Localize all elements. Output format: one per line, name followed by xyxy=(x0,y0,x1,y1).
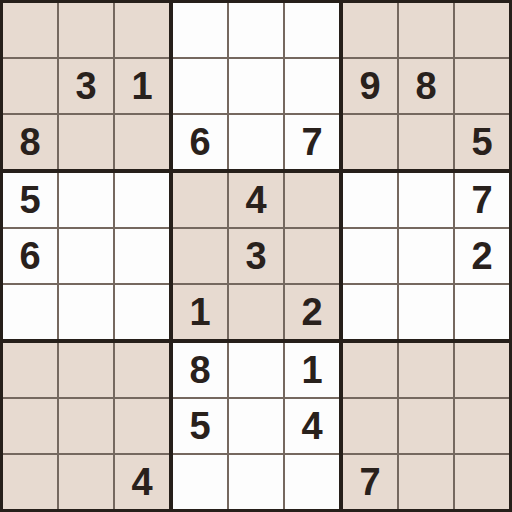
cell-r4-c1[interactable]: 5 xyxy=(3,173,57,227)
cell-r2-c4[interactable] xyxy=(173,59,227,113)
cell-r1-c8[interactable] xyxy=(399,3,453,57)
cell-r9-c8[interactable] xyxy=(399,455,453,509)
cell-r6-c4[interactable]: 1 xyxy=(173,285,227,339)
cell-r1-c5[interactable] xyxy=(229,3,283,57)
sudoku-board: 3186798556431272481547 xyxy=(0,0,512,512)
box-2: 985 xyxy=(343,3,509,169)
cell-r6-c8[interactable] xyxy=(399,285,453,339)
cell-r6-c3[interactable] xyxy=(115,285,169,339)
cell-r5-c6[interactable] xyxy=(285,229,339,283)
cell-r9-c9[interactable] xyxy=(455,455,509,509)
box-3: 56 xyxy=(3,173,169,339)
cell-r1-c2[interactable] xyxy=(59,3,113,57)
cell-r5-c3[interactable] xyxy=(115,229,169,283)
cell-r8-c4[interactable]: 5 xyxy=(173,399,227,453)
cell-r8-c1[interactable] xyxy=(3,399,57,453)
cell-r7-c3[interactable] xyxy=(115,343,169,397)
cell-r2-c2[interactable]: 3 xyxy=(59,59,113,113)
cell-r2-c9[interactable] xyxy=(455,59,509,113)
cell-r4-c8[interactable] xyxy=(399,173,453,227)
cell-r9-c5[interactable] xyxy=(229,455,283,509)
cell-r4-c3[interactable] xyxy=(115,173,169,227)
cell-r9-c7[interactable]: 7 xyxy=(343,455,397,509)
cell-r2-c7[interactable]: 9 xyxy=(343,59,397,113)
cell-r6-c6[interactable]: 2 xyxy=(285,285,339,339)
cell-r3-c8[interactable] xyxy=(399,115,453,169)
cell-r8-c3[interactable] xyxy=(115,399,169,453)
cell-r9-c4[interactable] xyxy=(173,455,227,509)
cell-r3-c9[interactable]: 5 xyxy=(455,115,509,169)
box-8: 7 xyxy=(343,343,509,509)
cell-r5-c4[interactable] xyxy=(173,229,227,283)
cell-r4-c6[interactable] xyxy=(285,173,339,227)
cell-r5-c2[interactable] xyxy=(59,229,113,283)
cell-r7-c8[interactable] xyxy=(399,343,453,397)
cell-r2-c8[interactable]: 8 xyxy=(399,59,453,113)
cell-r8-c6[interactable]: 4 xyxy=(285,399,339,453)
box-6: 4 xyxy=(3,343,169,509)
cell-r1-c4[interactable] xyxy=(173,3,227,57)
cell-r1-c1[interactable] xyxy=(3,3,57,57)
cell-r3-c5[interactable] xyxy=(229,115,283,169)
cell-r5-c1[interactable]: 6 xyxy=(3,229,57,283)
cell-r4-c5[interactable]: 4 xyxy=(229,173,283,227)
cell-r4-c4[interactable] xyxy=(173,173,227,227)
box-0: 318 xyxy=(3,3,169,169)
cell-r8-c9[interactable] xyxy=(455,399,509,453)
cell-r9-c2[interactable] xyxy=(59,455,113,509)
cell-r5-c7[interactable] xyxy=(343,229,397,283)
cell-r7-c4[interactable]: 8 xyxy=(173,343,227,397)
cell-r7-c6[interactable]: 1 xyxy=(285,343,339,397)
cell-r4-c7[interactable] xyxy=(343,173,397,227)
cell-r6-c7[interactable] xyxy=(343,285,397,339)
cell-r3-c6[interactable]: 7 xyxy=(285,115,339,169)
cell-r7-c9[interactable] xyxy=(455,343,509,397)
cell-r6-c5[interactable] xyxy=(229,285,283,339)
box-4: 4312 xyxy=(173,173,339,339)
cell-r2-c1[interactable] xyxy=(3,59,57,113)
cell-r3-c4[interactable]: 6 xyxy=(173,115,227,169)
cell-r2-c6[interactable] xyxy=(285,59,339,113)
cell-r2-c3[interactable]: 1 xyxy=(115,59,169,113)
cell-r3-c3[interactable] xyxy=(115,115,169,169)
cell-r7-c5[interactable] xyxy=(229,343,283,397)
box-5: 72 xyxy=(343,173,509,339)
cell-r7-c7[interactable] xyxy=(343,343,397,397)
cell-r6-c2[interactable] xyxy=(59,285,113,339)
cell-r6-c1[interactable] xyxy=(3,285,57,339)
cell-r9-c3[interactable]: 4 xyxy=(115,455,169,509)
cell-r8-c2[interactable] xyxy=(59,399,113,453)
cell-r9-c6[interactable] xyxy=(285,455,339,509)
box-7: 8154 xyxy=(173,343,339,509)
cell-r4-c9[interactable]: 7 xyxy=(455,173,509,227)
cell-r4-c2[interactable] xyxy=(59,173,113,227)
cell-r8-c5[interactable] xyxy=(229,399,283,453)
cell-r5-c5[interactable]: 3 xyxy=(229,229,283,283)
cell-r8-c7[interactable] xyxy=(343,399,397,453)
cell-r8-c8[interactable] xyxy=(399,399,453,453)
cell-r7-c2[interactable] xyxy=(59,343,113,397)
cell-r1-c9[interactable] xyxy=(455,3,509,57)
cell-r5-c9[interactable]: 2 xyxy=(455,229,509,283)
cell-r3-c2[interactable] xyxy=(59,115,113,169)
cell-r7-c1[interactable] xyxy=(3,343,57,397)
cell-r6-c9[interactable] xyxy=(455,285,509,339)
cell-r1-c7[interactable] xyxy=(343,3,397,57)
cell-r1-c3[interactable] xyxy=(115,3,169,57)
cell-r3-c1[interactable]: 8 xyxy=(3,115,57,169)
cell-r9-c1[interactable] xyxy=(3,455,57,509)
cell-r2-c5[interactable] xyxy=(229,59,283,113)
box-1: 67 xyxy=(173,3,339,169)
cell-r5-c8[interactable] xyxy=(399,229,453,283)
cell-r3-c7[interactable] xyxy=(343,115,397,169)
cell-r1-c6[interactable] xyxy=(285,3,339,57)
